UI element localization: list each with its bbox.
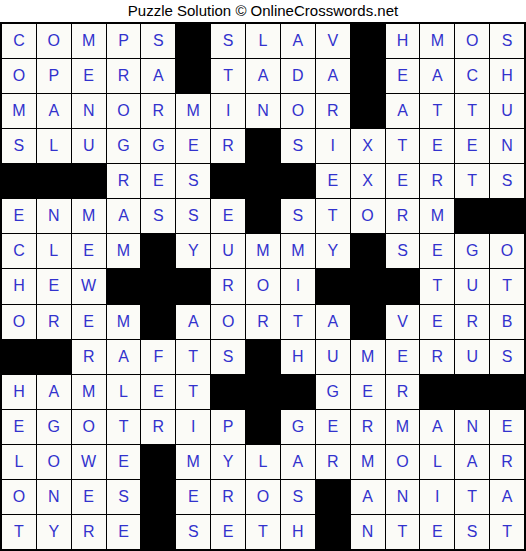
cell-r13c1: L [2, 445, 36, 479]
cell-r5c4: R [107, 164, 141, 198]
block-r15c5 [141, 515, 175, 549]
cell-r7c15: O [490, 234, 524, 268]
block-r11c7 [211, 375, 245, 409]
cell-r3c5: R [141, 94, 175, 128]
cell-r4c1: S [2, 129, 36, 163]
cell-r15c15: T [490, 515, 524, 549]
cell-r4c13: E [420, 129, 454, 163]
block-r8c6 [176, 269, 210, 303]
cell-r10c10: U [316, 340, 350, 374]
cell-r2c14: C [455, 59, 489, 93]
cell-r1c4: P [107, 24, 141, 58]
cell-r2c2: P [37, 59, 71, 93]
cell-r10c6: T [176, 340, 210, 374]
cell-r9c7: O [211, 305, 245, 339]
block-r1c6 [176, 24, 210, 58]
cell-r7c1: C [2, 234, 36, 268]
block-r12c8 [246, 410, 280, 444]
cell-r15c13: E [420, 515, 454, 549]
block-r14c10 [316, 480, 350, 514]
block-r6c15 [490, 199, 524, 233]
cell-r9c1: O [2, 305, 36, 339]
cell-r4c3: U [72, 129, 106, 163]
cell-r13c11: M [351, 445, 385, 479]
cell-r15c11: N [351, 515, 385, 549]
cell-r5c12: E [386, 164, 420, 198]
cell-r8c1: H [2, 269, 36, 303]
cell-r7c10: Y [316, 234, 350, 268]
cell-r6c4: A [107, 199, 141, 233]
cell-r10c4: A [107, 340, 141, 374]
cell-r14c6: E [176, 480, 210, 514]
cell-r2c13: A [420, 59, 454, 93]
cell-r9c9: T [281, 305, 315, 339]
block-r11c14 [455, 375, 489, 409]
cell-r12c4: T [107, 410, 141, 444]
cell-r9c2: R [37, 305, 71, 339]
block-r8c11 [351, 269, 385, 303]
cell-r7c14: G [455, 234, 489, 268]
cell-r6c1: E [2, 199, 36, 233]
cell-r1c2: O [37, 24, 71, 58]
cell-r12c6: I [176, 410, 210, 444]
cell-r4c11: X [351, 129, 385, 163]
cell-r2c3: E [72, 59, 106, 93]
cell-r3c9: O [281, 94, 315, 128]
cell-r4c6: E [176, 129, 210, 163]
cell-r1c10: V [316, 24, 350, 58]
cell-r5c6: S [176, 164, 210, 198]
cell-r13c4: E [107, 445, 141, 479]
cell-r10c3: R [72, 340, 106, 374]
cell-r12c12: M [386, 410, 420, 444]
block-r7c5 [141, 234, 175, 268]
cell-r14c11: A [351, 480, 385, 514]
cell-r4c10: I [316, 129, 350, 163]
block-r4c8 [246, 129, 280, 163]
cell-r7c6: Y [176, 234, 210, 268]
cell-r14c3: E [72, 480, 106, 514]
cell-r13c2: O [37, 445, 71, 479]
cell-r1c5: S [141, 24, 175, 58]
cell-r2c12: E [386, 59, 420, 93]
crossword-grid: COMPSSLAVHMOSOPERATADAEACHMANORMINORATTU… [0, 22, 526, 551]
cell-r13c3: W [72, 445, 106, 479]
cell-r8c14: U [455, 269, 489, 303]
cell-r14c13: I [420, 480, 454, 514]
cell-r1c8: L [246, 24, 280, 58]
cell-r9c13: E [420, 305, 454, 339]
cell-r13c8: L [246, 445, 280, 479]
block-r11c9 [281, 375, 315, 409]
cell-r15c1: T [2, 515, 36, 549]
cell-r12c9: G [281, 410, 315, 444]
cell-r5c13: R [420, 164, 454, 198]
cell-r13c9: A [281, 445, 315, 479]
cell-r2c4: R [107, 59, 141, 93]
cell-r1c1: C [2, 24, 36, 58]
cell-r1c9: A [281, 24, 315, 58]
cell-r12c3: O [72, 410, 106, 444]
cell-r9c8: R [246, 305, 280, 339]
cell-r13c7: Y [211, 445, 245, 479]
cell-r12c13: A [420, 410, 454, 444]
cell-r7c8: M [246, 234, 280, 268]
cell-r13c13: L [420, 445, 454, 479]
cell-r12c1: E [2, 410, 36, 444]
block-r8c4 [107, 269, 141, 303]
cell-r10c13: R [420, 340, 454, 374]
cell-r5c11: X [351, 164, 385, 198]
cell-r2c15: H [490, 59, 524, 93]
cell-r11c6: T [176, 375, 210, 409]
cell-r8c8: O [246, 269, 280, 303]
cell-r1c7: S [211, 24, 245, 58]
cell-r3c12: A [386, 94, 420, 128]
cell-r14c1: O [2, 480, 36, 514]
cell-r13c6: M [176, 445, 210, 479]
cell-r14c7: R [211, 480, 245, 514]
cell-r10c9: H [281, 340, 315, 374]
cell-r11c12: R [386, 375, 420, 409]
block-r13c5 [141, 445, 175, 479]
cell-r14c8: O [246, 480, 280, 514]
cell-r3c6: M [176, 94, 210, 128]
cell-r7c9: M [281, 234, 315, 268]
cell-r3c10: R [316, 94, 350, 128]
cell-r11c5: E [141, 375, 175, 409]
block-r11c13 [420, 375, 454, 409]
cell-r4c5: G [141, 129, 175, 163]
cell-r3c13: T [420, 94, 454, 128]
cell-r8c3: W [72, 269, 106, 303]
cell-r10c5: F [141, 340, 175, 374]
cell-r3c4: O [107, 94, 141, 128]
cell-r12c14: N [455, 410, 489, 444]
block-r6c8 [246, 199, 280, 233]
block-r9c11 [351, 305, 385, 339]
cell-r12c15: E [490, 410, 524, 444]
cell-r14c12: N [386, 480, 420, 514]
cell-r6c5: S [141, 199, 175, 233]
cell-r8c2: E [37, 269, 71, 303]
cell-r6c3: M [72, 199, 106, 233]
cell-r8c7: R [211, 269, 245, 303]
cell-r9c15: B [490, 305, 524, 339]
cell-r2c9: D [281, 59, 315, 93]
block-r11c8 [246, 375, 280, 409]
cell-r14c4: S [107, 480, 141, 514]
cell-r10c12: E [386, 340, 420, 374]
cell-r7c13: E [420, 234, 454, 268]
cell-r14c15: A [490, 480, 524, 514]
cell-r3c2: A [37, 94, 71, 128]
cell-r12c7: P [211, 410, 245, 444]
puzzle-solution-page: Puzzle Solution © OnlineCrosswords.net C… [0, 0, 526, 551]
cell-r7c4: M [107, 234, 141, 268]
cell-r15c7: E [211, 515, 245, 549]
cell-r2c1: O [2, 59, 36, 93]
cell-r3c8: N [246, 94, 280, 128]
cell-r11c11: E [351, 375, 385, 409]
cell-r14c2: N [37, 480, 71, 514]
cell-r15c4: E [107, 515, 141, 549]
cell-r4c15: N [490, 129, 524, 163]
cell-r6c13: M [420, 199, 454, 233]
block-r5c7 [211, 164, 245, 198]
cell-r1c12: H [386, 24, 420, 58]
cell-r8c13: T [420, 269, 454, 303]
cell-r7c2: L [37, 234, 71, 268]
cell-r12c5: R [141, 410, 175, 444]
cell-r15c6: S [176, 515, 210, 549]
cell-r15c12: T [386, 515, 420, 549]
cell-r1c13: M [420, 24, 454, 58]
cell-r14c9: S [281, 480, 315, 514]
cell-r12c11: R [351, 410, 385, 444]
cell-r10c7: S [211, 340, 245, 374]
block-r8c5 [141, 269, 175, 303]
block-r15c10 [316, 515, 350, 549]
block-r5c3 [72, 164, 106, 198]
block-r5c8 [246, 164, 280, 198]
cell-r7c7: U [211, 234, 245, 268]
cell-r1c15: S [490, 24, 524, 58]
cell-r3c7: I [211, 94, 245, 128]
cell-r5c15: S [490, 164, 524, 198]
block-r10c8 [246, 340, 280, 374]
cell-r15c3: R [72, 515, 106, 549]
block-r8c10 [316, 269, 350, 303]
cell-r4c12: T [386, 129, 420, 163]
cell-r6c11: O [351, 199, 385, 233]
block-r10c1 [2, 340, 36, 374]
block-r7c11 [351, 234, 385, 268]
cell-r1c14: O [455, 24, 489, 58]
cell-r11c1: H [2, 375, 36, 409]
cell-r5c14: T [455, 164, 489, 198]
block-r2c6 [176, 59, 210, 93]
cell-r13c15: R [490, 445, 524, 479]
cell-r9c3: E [72, 305, 106, 339]
cell-r4c4: G [107, 129, 141, 163]
cell-r13c10: R [316, 445, 350, 479]
cell-r6c12: R [386, 199, 420, 233]
cell-r6c6: S [176, 199, 210, 233]
cell-r10c14: U [455, 340, 489, 374]
cell-r3c1: M [2, 94, 36, 128]
cell-r5c10: E [316, 164, 350, 198]
cell-r3c14: T [455, 94, 489, 128]
cell-r10c15: S [490, 340, 524, 374]
cell-r15c14: S [455, 515, 489, 549]
cell-r2c5: A [141, 59, 175, 93]
cell-r13c12: O [386, 445, 420, 479]
cell-r7c3: E [72, 234, 106, 268]
cell-r6c2: N [37, 199, 71, 233]
cell-r15c2: Y [37, 515, 71, 549]
cell-r11c3: M [72, 375, 106, 409]
cell-r6c10: T [316, 199, 350, 233]
cell-r9c12: V [386, 305, 420, 339]
cell-r15c8: T [246, 515, 280, 549]
block-r9c5 [141, 305, 175, 339]
cell-r9c14: R [455, 305, 489, 339]
cell-r6c9: S [281, 199, 315, 233]
page-title: Puzzle Solution © OnlineCrosswords.net [0, 0, 526, 22]
cell-r4c9: S [281, 129, 315, 163]
cell-r8c9: I [281, 269, 315, 303]
block-r8c12 [386, 269, 420, 303]
cell-r9c10: A [316, 305, 350, 339]
block-r14c5 [141, 480, 175, 514]
cell-r7c12: S [386, 234, 420, 268]
cell-r4c14: E [455, 129, 489, 163]
cell-r6c7: E [211, 199, 245, 233]
block-r11c15 [490, 375, 524, 409]
cell-r3c15: U [490, 94, 524, 128]
block-r5c1 [2, 164, 36, 198]
cell-r5c5: E [141, 164, 175, 198]
cell-r2c7: T [211, 59, 245, 93]
block-r5c9 [281, 164, 315, 198]
block-r5c2 [37, 164, 71, 198]
cell-r9c4: M [107, 305, 141, 339]
cell-r3c3: N [72, 94, 106, 128]
cell-r2c10: A [316, 59, 350, 93]
block-r6c14 [455, 199, 489, 233]
cell-r11c2: A [37, 375, 71, 409]
cell-r10c11: M [351, 340, 385, 374]
cell-r2c8: A [246, 59, 280, 93]
cell-r9c6: A [176, 305, 210, 339]
cell-r13c14: A [455, 445, 489, 479]
cell-r4c2: L [37, 129, 71, 163]
block-r2c11 [351, 59, 385, 93]
cell-r11c10: G [316, 375, 350, 409]
block-r3c11 [351, 94, 385, 128]
cell-r12c10: E [316, 410, 350, 444]
cell-r14c14: T [455, 480, 489, 514]
cell-r15c9: H [281, 515, 315, 549]
cell-r12c2: G [37, 410, 71, 444]
block-r1c11 [351, 24, 385, 58]
cell-r11c4: L [107, 375, 141, 409]
cell-r8c15: T [490, 269, 524, 303]
cell-r4c7: R [211, 129, 245, 163]
block-r10c2 [37, 340, 71, 374]
cell-r1c3: M [72, 24, 106, 58]
